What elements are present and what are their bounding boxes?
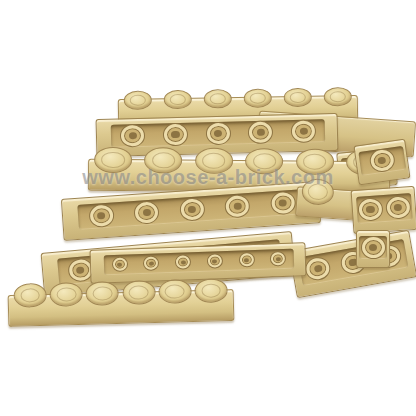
tube-ring	[206, 123, 230, 145]
tube-ring	[292, 121, 316, 143]
watermark-text: www.choose-a-brick.com	[82, 166, 333, 189]
tube-ring	[271, 192, 295, 215]
stud-row	[13, 278, 228, 308]
plate-end-ring	[351, 186, 416, 234]
plate-underside-cavity	[356, 193, 413, 223]
stud	[122, 280, 156, 305]
stud-row	[124, 87, 352, 110]
stud	[194, 278, 228, 303]
stud	[158, 279, 192, 304]
stud	[124, 90, 152, 109]
product-photo: www.choose-a-brick.com	[0, 0, 416, 416]
tube-ring	[249, 122, 273, 144]
tube-ring	[362, 237, 385, 258]
plate-bottom-up	[289, 230, 416, 298]
tube-ring	[176, 256, 190, 269]
plate-underside-cavity	[103, 248, 294, 275]
plate-underside-cavity	[111, 120, 325, 148]
tube-ring	[271, 252, 285, 265]
tube-ring	[208, 255, 222, 268]
tube-ring	[305, 256, 331, 281]
stud	[50, 282, 84, 307]
stud	[204, 89, 232, 108]
tube-ring	[144, 257, 158, 270]
stud	[324, 87, 352, 106]
plate-underside-cavity	[359, 236, 388, 259]
tube-ring	[225, 195, 249, 218]
tube-ring	[89, 205, 113, 228]
tube-ring	[121, 125, 145, 147]
plate-studs-up	[8, 289, 235, 327]
stud	[164, 89, 192, 108]
plate-underside-cavity	[78, 189, 307, 230]
plate-underside-cavity	[298, 239, 408, 286]
tube-ring	[112, 258, 126, 271]
stud	[284, 87, 312, 106]
stud	[13, 283, 47, 308]
plate-bottom-up	[89, 242, 306, 284]
plate-end-ring	[353, 139, 410, 186]
tube-ring	[358, 198, 382, 221]
stud	[86, 281, 120, 306]
tube-ring	[386, 196, 410, 219]
tube-ring	[164, 124, 188, 146]
tube-ring	[135, 201, 159, 224]
stud	[244, 88, 272, 107]
tube-ring	[369, 149, 395, 173]
plate-end-ring	[356, 230, 390, 268]
tube-ring	[180, 198, 204, 221]
plate-underside-cavity	[358, 146, 405, 176]
tube-ring	[239, 253, 253, 266]
